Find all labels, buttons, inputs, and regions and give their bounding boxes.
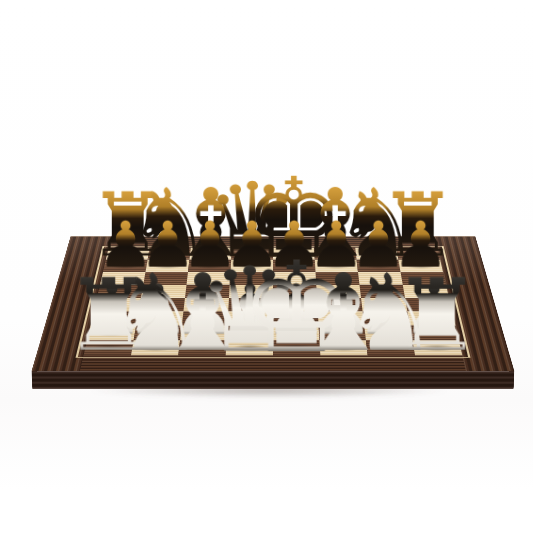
black-pawn-shadow	[194, 263, 225, 269]
white-pawn-shadow	[279, 330, 312, 337]
square-f4	[317, 298, 363, 312]
black-pawn-shadow	[405, 263, 437, 269]
square-g8: ♞	[355, 248, 398, 260]
square-d8: ♛	[231, 248, 273, 260]
square-g1: ♞	[366, 340, 415, 355]
square-a7: ♟	[103, 260, 148, 272]
square-a8: ♜	[106, 248, 150, 260]
square-a4	[94, 298, 141, 312]
square-c2: ♟	[180, 326, 227, 341]
square-f1: ♝	[319, 340, 367, 355]
white-rook-shadow	[420, 344, 455, 351]
square-f3	[318, 311, 364, 325]
board-playing-field: ♜♞♝♛♚♝♞♜♟♟♟♟♟♟♟♟♟♟♟♟♟♟♟♟♜♞♝♛♚♝♞♜	[84, 248, 463, 356]
product-photo-scene: ♜♞♝♛♚♝♞♜♟♟♟♟♟♟♟♟♟♟♟♟♟♟♟♟♜♞♝♛♚♝♞♜	[0, 0, 533, 533]
square-f5	[316, 285, 361, 298]
square-e6	[273, 272, 316, 285]
square-d5	[229, 285, 273, 298]
white-pawn-shadow	[94, 330, 129, 337]
square-c1: ♝	[178, 340, 226, 355]
black-pawn-shadow	[110, 263, 142, 269]
square-g7: ♟	[357, 260, 401, 272]
square-d1: ♛	[226, 340, 273, 355]
white-rook-shadow	[91, 344, 126, 351]
square-b4	[139, 298, 185, 312]
black-pawn-shadow	[237, 263, 268, 269]
black-queen-shadow	[237, 251, 267, 257]
square-g3	[363, 311, 410, 325]
white-bishop-shadow	[326, 344, 360, 351]
square-b5	[141, 285, 187, 298]
square-a1: ♜	[84, 340, 134, 355]
square-a5	[97, 285, 143, 298]
black-pawn-shadow	[363, 263, 394, 269]
square-h3	[407, 311, 455, 325]
square-f8: ♝	[314, 248, 356, 260]
white-bishop-shadow	[185, 344, 219, 351]
black-pawn-shadow	[152, 263, 183, 269]
board-frame-far	[67, 237, 478, 248]
white-pawn-shadow	[141, 330, 175, 337]
square-a2: ♟	[87, 326, 136, 341]
square-e7: ♟	[273, 260, 316, 272]
square-b2: ♟	[134, 326, 182, 341]
square-g6	[358, 272, 403, 285]
square-b6	[143, 272, 188, 285]
square-d2: ♟	[227, 326, 273, 341]
black-pawn-shadow	[321, 263, 352, 269]
square-a3	[91, 311, 139, 325]
square-e1: ♚	[273, 340, 320, 355]
square-f6	[316, 272, 360, 285]
black-bishop-shadow	[196, 251, 226, 257]
square-g2: ♟	[364, 326, 412, 341]
white-pawn-shadow	[187, 330, 221, 337]
black-knight-shadow	[361, 251, 392, 257]
square-d6	[230, 272, 273, 285]
square-e3	[273, 311, 319, 325]
square-g5	[359, 285, 405, 298]
square-b7: ♟	[145, 260, 189, 272]
square-e4	[273, 298, 318, 312]
black-rook-shadow	[403, 251, 434, 257]
white-knight-shadow	[138, 344, 173, 351]
white-pawn-shadow	[325, 330, 359, 337]
white-king-shadow	[280, 344, 314, 351]
white-queen-shadow	[232, 344, 266, 351]
square-d4	[228, 298, 273, 312]
square-c6	[187, 272, 231, 285]
chess-board: ♜♞♝♛♚♝♞♜♟♟♟♟♟♟♟♟♟♟♟♟♟♟♟♟♜♞♝♛♚♝♞♜	[32, 237, 514, 372]
black-pawn-shadow	[279, 263, 310, 269]
square-d3	[227, 311, 273, 325]
black-bishop-shadow	[320, 251, 350, 257]
square-c3	[182, 311, 228, 325]
square-b1: ♞	[131, 340, 180, 355]
square-g4	[361, 298, 407, 312]
square-f2: ♟	[319, 326, 366, 341]
square-e8: ♚	[273, 248, 315, 260]
black-rook-shadow	[112, 251, 143, 257]
white-pawn-shadow	[417, 330, 452, 337]
square-h4	[405, 298, 452, 312]
square-c4	[183, 298, 229, 312]
square-h1: ♜	[412, 340, 462, 355]
square-c7: ♟	[188, 260, 231, 272]
square-h8: ♜	[396, 248, 440, 260]
white-knight-shadow	[373, 344, 408, 351]
square-b3	[136, 311, 183, 325]
square-e2: ♟	[273, 326, 319, 341]
square-h5	[403, 285, 449, 298]
square-h6	[401, 272, 446, 285]
board-edge-front	[32, 371, 514, 389]
square-b8: ♞	[148, 248, 191, 260]
square-h7: ♟	[398, 260, 443, 272]
square-d7: ♟	[230, 260, 273, 272]
square-a6	[100, 272, 145, 285]
square-c8: ♝	[189, 248, 231, 260]
square-f7: ♟	[315, 260, 358, 272]
black-knight-shadow	[154, 251, 185, 257]
square-e5	[273, 285, 317, 298]
white-pawn-shadow	[371, 330, 405, 337]
board-frame-near	[32, 356, 514, 372]
black-king-shadow	[279, 251, 309, 257]
square-c5	[185, 285, 230, 298]
white-pawn-shadow	[233, 330, 266, 337]
square-h2: ♟	[410, 326, 459, 341]
